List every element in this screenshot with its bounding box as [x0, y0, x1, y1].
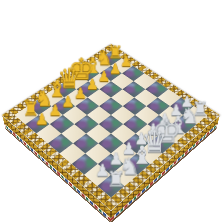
piece-gold-pawn: ♟: [11, 112, 73, 127]
photo-background: ♜♞♝♛♚♝♞♜♟♟♟♟♟♟♟♟♟♟♟♟♟♟♟♟♜♞♝♛♚♝♞♜: [0, 0, 222, 222]
piece-silver-rook: ♜: [82, 169, 151, 191]
chess-board-box: ♜♞♝♛♚♝♞♜♟♟♟♟♟♟♟♟♟♟♟♟♟♟♟♟♜♞♝♛♚♝♞♜: [2, 44, 220, 211]
chess-board: ♜♞♝♛♚♝♞♜♟♟♟♟♟♟♟♟♟♟♟♟♟♟♟♟♜♞♝♛♚♝♞♜: [15, 51, 207, 197]
board-top-face: ♜♞♝♛♚♝♞♜♟♟♟♟♟♟♟♟♟♟♟♟♟♟♟♟♜♞♝♛♚♝♞♜: [2, 44, 220, 211]
chess-set-scene: ♜♞♝♛♚♝♞♜♟♟♟♟♟♟♟♟♟♟♟♟♟♟♟♟♜♞♝♛♚♝♞♜: [0, 0, 222, 222]
